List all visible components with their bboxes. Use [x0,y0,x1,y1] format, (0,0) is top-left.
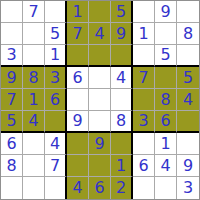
cell-r6c6[interactable]: 8 [111,111,133,133]
cell-r3c8[interactable]: 5 [155,45,177,67]
cell-r7c7[interactable] [133,133,155,155]
cell-r5c1[interactable]: 7 [1,89,23,111]
cell-r9c1[interactable] [1,177,23,199]
cell-r7c5[interactable]: 9 [89,133,111,155]
cell-r9c6[interactable]: 2 [111,177,133,199]
cell-r8c8[interactable]: 4 [155,155,177,177]
cell-r7c8[interactable]: 1 [155,133,177,155]
cell-r9c4[interactable]: 4 [67,177,89,199]
cell-r7c9[interactable] [177,133,199,155]
cell-r8c1[interactable]: 8 [1,155,23,177]
cell-r6c4[interactable]: 9 [67,111,89,133]
cell-r1c3[interactable] [45,1,67,23]
cell-r9c2[interactable] [23,177,45,199]
sudoku-board: 7159574918315983647571684549836649187164… [0,0,200,200]
cell-r6c9[interactable] [177,111,199,133]
cell-r2c3[interactable]: 5 [45,23,67,45]
cell-r6c5[interactable] [89,111,111,133]
cell-r5c6[interactable] [111,89,133,111]
cell-r9c7[interactable] [133,177,155,199]
cell-r4c2[interactable]: 8 [23,67,45,89]
cell-r9c5[interactable]: 6 [89,177,111,199]
cell-r4c9[interactable]: 5 [177,67,199,89]
cell-r6c1[interactable]: 5 [1,111,23,133]
cell-r3c3[interactable]: 1 [45,45,67,67]
cell-r6c2[interactable]: 4 [23,111,45,133]
cell-r5c5[interactable] [89,89,111,111]
cell-r8c4[interactable] [67,155,89,177]
cell-r4c6[interactable]: 4 [111,67,133,89]
cell-r4c8[interactable] [155,67,177,89]
cell-r2c9[interactable]: 8 [177,23,199,45]
cell-r6c7[interactable]: 3 [133,111,155,133]
cell-r4c5[interactable] [89,67,111,89]
cell-r1c1[interactable] [1,1,23,23]
cell-r7c6[interactable] [111,133,133,155]
cell-r1c8[interactable]: 9 [155,1,177,23]
cell-r7c4[interactable] [67,133,89,155]
cell-r5c7[interactable] [133,89,155,111]
cell-r3c7[interactable] [133,45,155,67]
cell-r7c3[interactable]: 4 [45,133,67,155]
cell-r4c4[interactable]: 6 [67,67,89,89]
cell-r2c5[interactable]: 4 [89,23,111,45]
cell-r3c4[interactable] [67,45,89,67]
cell-r5c9[interactable]: 4 [177,89,199,111]
cell-r2c2[interactable] [23,23,45,45]
cell-r2c1[interactable] [1,23,23,45]
cell-r8c9[interactable]: 9 [177,155,199,177]
cell-r1c9[interactable] [177,1,199,23]
cell-r8c5[interactable] [89,155,111,177]
cell-r5c4[interactable] [67,89,89,111]
cell-r4c3[interactable]: 3 [45,67,67,89]
cell-r1c4[interactable]: 1 [67,1,89,23]
cell-r1c6[interactable]: 5 [111,1,133,23]
cell-r9c9[interactable]: 3 [177,177,199,199]
cell-r6c8[interactable]: 6 [155,111,177,133]
cell-r2c8[interactable] [155,23,177,45]
cell-r5c2[interactable]: 1 [23,89,45,111]
cell-r1c5[interactable] [89,1,111,23]
cell-r2c6[interactable]: 9 [111,23,133,45]
cell-r3c9[interactable] [177,45,199,67]
cell-r8c2[interactable] [23,155,45,177]
cell-r5c8[interactable]: 8 [155,89,177,111]
cell-r9c8[interactable] [155,177,177,199]
cell-r5c3[interactable]: 6 [45,89,67,111]
cell-r8c7[interactable]: 6 [133,155,155,177]
cell-r4c7[interactable]: 7 [133,67,155,89]
cell-r3c2[interactable] [23,45,45,67]
cell-r7c2[interactable] [23,133,45,155]
cell-r8c6[interactable]: 1 [111,155,133,177]
cell-r2c7[interactable]: 1 [133,23,155,45]
cell-r6c3[interactable] [45,111,67,133]
cell-r1c2[interactable]: 7 [23,1,45,23]
cell-r8c3[interactable]: 7 [45,155,67,177]
cell-r3c6[interactable] [111,45,133,67]
cell-r3c5[interactable] [89,45,111,67]
cell-r3c1[interactable]: 3 [1,45,23,67]
cell-r4c1[interactable]: 9 [1,67,23,89]
cell-r2c4[interactable]: 7 [67,23,89,45]
cell-r1c7[interactable] [133,1,155,23]
cell-r9c3[interactable] [45,177,67,199]
cell-r7c1[interactable]: 6 [1,133,23,155]
